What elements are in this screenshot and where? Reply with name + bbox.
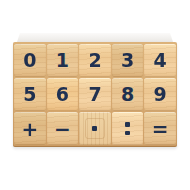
block-plus: + xyxy=(14,112,46,145)
blocks-grid: 0123456789+−= xyxy=(14,44,176,145)
block-colon xyxy=(112,112,144,145)
block-minus: − xyxy=(47,112,79,145)
block-3: 3 xyxy=(112,44,144,77)
block-0: 0 xyxy=(14,44,46,77)
block-8: 8 xyxy=(112,78,144,111)
block-dot xyxy=(79,112,111,145)
block-4: 4 xyxy=(144,44,176,77)
blocks-tray: 0123456789+−= xyxy=(13,42,177,147)
block-6: 6 xyxy=(47,78,79,111)
block-equals: = xyxy=(144,112,176,145)
block-1: 1 xyxy=(47,44,79,77)
wooden-number-blocks-photo: 0123456789+−= xyxy=(0,0,190,190)
block-2: 2 xyxy=(79,44,111,77)
block-5: 5 xyxy=(14,78,46,111)
block-7: 7 xyxy=(79,78,111,111)
block-9: 9 xyxy=(144,78,176,111)
